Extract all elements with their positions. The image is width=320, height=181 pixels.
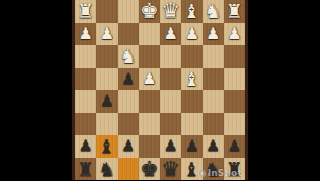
black-pawn-f7: ♟	[121, 135, 135, 158]
square-a3[interactable]	[224, 45, 245, 68]
square-e7[interactable]	[139, 135, 160, 158]
square-g5[interactable]: ♟	[96, 90, 117, 113]
square-d4[interactable]	[160, 68, 181, 91]
square-d8[interactable]: ♛	[160, 158, 181, 181]
square-e5[interactable]	[139, 90, 160, 113]
square-a7[interactable]: ♟	[224, 135, 245, 158]
square-h5[interactable]	[75, 90, 96, 113]
square-f5[interactable]	[118, 90, 139, 113]
square-f8[interactable]	[118, 158, 139, 181]
white-knight-b1: ♞	[205, 0, 222, 23]
square-f4[interactable]: ♟	[118, 68, 139, 91]
board-grid: ♜♚♛♝♞♜♟♟♟♟♟♟♞♟♟♝♟♟♝♟♟♟♟♟♜♞♚♛♝♞♜	[75, 0, 245, 180]
white-rook-a1: ♜	[226, 0, 243, 23]
square-b7[interactable]: ♟	[203, 135, 224, 158]
square-h6[interactable]	[75, 113, 96, 136]
inshot-logo-icon	[199, 170, 206, 177]
square-a4[interactable]	[224, 68, 245, 91]
square-a5[interactable]	[224, 90, 245, 113]
white-pawn-h2: ♟	[78, 23, 92, 46]
black-queen-d8: ♛	[161, 158, 180, 181]
square-h2[interactable]: ♟	[75, 23, 96, 46]
square-b4[interactable]	[203, 68, 224, 91]
black-pawn-f4: ♟	[121, 68, 135, 91]
square-e1[interactable]: ♚	[139, 0, 160, 23]
square-f6[interactable]	[118, 113, 139, 136]
square-c4[interactable]: ♝	[181, 68, 202, 91]
square-a2[interactable]: ♟	[224, 23, 245, 46]
black-pawn-h7: ♟	[78, 135, 92, 158]
white-rook-h1: ♜	[77, 0, 94, 23]
black-pawn-d7: ♟	[163, 135, 177, 158]
black-pawn-b7: ♟	[206, 135, 220, 158]
white-queen-d1: ♛	[161, 0, 180, 23]
black-pawn-a7: ♟	[227, 135, 241, 158]
square-d6[interactable]	[160, 113, 181, 136]
square-g3[interactable]	[96, 45, 117, 68]
square-g6[interactable]	[96, 113, 117, 136]
square-h7[interactable]: ♟	[75, 135, 96, 158]
square-c6[interactable]	[181, 113, 202, 136]
square-d3[interactable]	[160, 45, 181, 68]
square-h4[interactable]	[75, 68, 96, 91]
white-king-e1: ♚	[140, 0, 159, 23]
square-f2[interactable]	[118, 23, 139, 46]
square-b1[interactable]: ♞	[203, 0, 224, 23]
white-bishop-c4: ♝	[183, 68, 200, 91]
square-h8[interactable]: ♜	[75, 158, 96, 181]
white-pawn-c2: ♟	[185, 23, 199, 46]
white-pawn-a2: ♟	[227, 23, 241, 46]
square-e3[interactable]	[139, 45, 160, 68]
square-c3[interactable]	[181, 45, 202, 68]
square-c5[interactable]	[181, 90, 202, 113]
square-h3[interactable]	[75, 45, 96, 68]
white-pawn-b2: ♟	[206, 23, 220, 46]
watermark-text: InShot	[208, 168, 242, 178]
white-pawn-g2: ♟	[100, 23, 114, 46]
square-e8[interactable]: ♚	[139, 158, 160, 181]
letterbox-left	[0, 0, 72, 180]
square-e4[interactable]: ♟	[139, 68, 160, 91]
square-g2[interactable]: ♟	[96, 23, 117, 46]
black-pawn-c7: ♟	[185, 135, 199, 158]
white-bishop-c1: ♝	[183, 0, 200, 23]
square-d1[interactable]: ♛	[160, 0, 181, 23]
square-a6[interactable]	[224, 113, 245, 136]
black-rook-h8: ♜	[77, 158, 94, 181]
white-pawn-d2: ♟	[163, 23, 177, 46]
square-c1[interactable]: ♝	[181, 0, 202, 23]
square-g1[interactable]	[96, 0, 117, 23]
inshot-watermark: InShot	[199, 168, 242, 178]
square-b2[interactable]: ♟	[203, 23, 224, 46]
letterbox-right	[248, 0, 320, 180]
black-king-e8: ♚	[140, 158, 159, 181]
square-g7[interactable]: ♝	[96, 135, 117, 158]
chess-board: ♜♚♛♝♞♜♟♟♟♟♟♟♞♟♟♝♟♟♝♟♟♟♟♟♜♞♚♛♝♞♜ InShot	[72, 0, 248, 180]
black-knight-g8: ♞	[98, 158, 115, 181]
video-frame: ♜♚♛♝♞♜♟♟♟♟♟♟♞♟♟♝♟♟♝♟♟♟♟♟♜♞♚♛♝♞♜ InShot	[0, 0, 320, 180]
square-h1[interactable]: ♜	[75, 0, 96, 23]
square-d7[interactable]: ♟	[160, 135, 181, 158]
square-f1[interactable]	[118, 0, 139, 23]
square-e2[interactable]	[139, 23, 160, 46]
square-d5[interactable]	[160, 90, 181, 113]
square-b6[interactable]	[203, 113, 224, 136]
white-pawn-e4: ♟	[142, 68, 156, 91]
square-a1[interactable]: ♜	[224, 0, 245, 23]
square-b3[interactable]	[203, 45, 224, 68]
square-f3[interactable]: ♞	[118, 45, 139, 68]
square-c7[interactable]: ♟	[181, 135, 202, 158]
square-b5[interactable]	[203, 90, 224, 113]
square-g4[interactable]	[96, 68, 117, 91]
square-g8[interactable]: ♞	[96, 158, 117, 181]
square-d2[interactable]: ♟	[160, 23, 181, 46]
white-knight-f3: ♞	[120, 45, 137, 68]
square-f7[interactable]: ♟	[118, 135, 139, 158]
square-e6[interactable]	[139, 113, 160, 136]
black-pawn-g5: ♟	[100, 90, 114, 113]
black-bishop-g7: ♝	[98, 135, 115, 158]
square-c2[interactable]: ♟	[181, 23, 202, 46]
